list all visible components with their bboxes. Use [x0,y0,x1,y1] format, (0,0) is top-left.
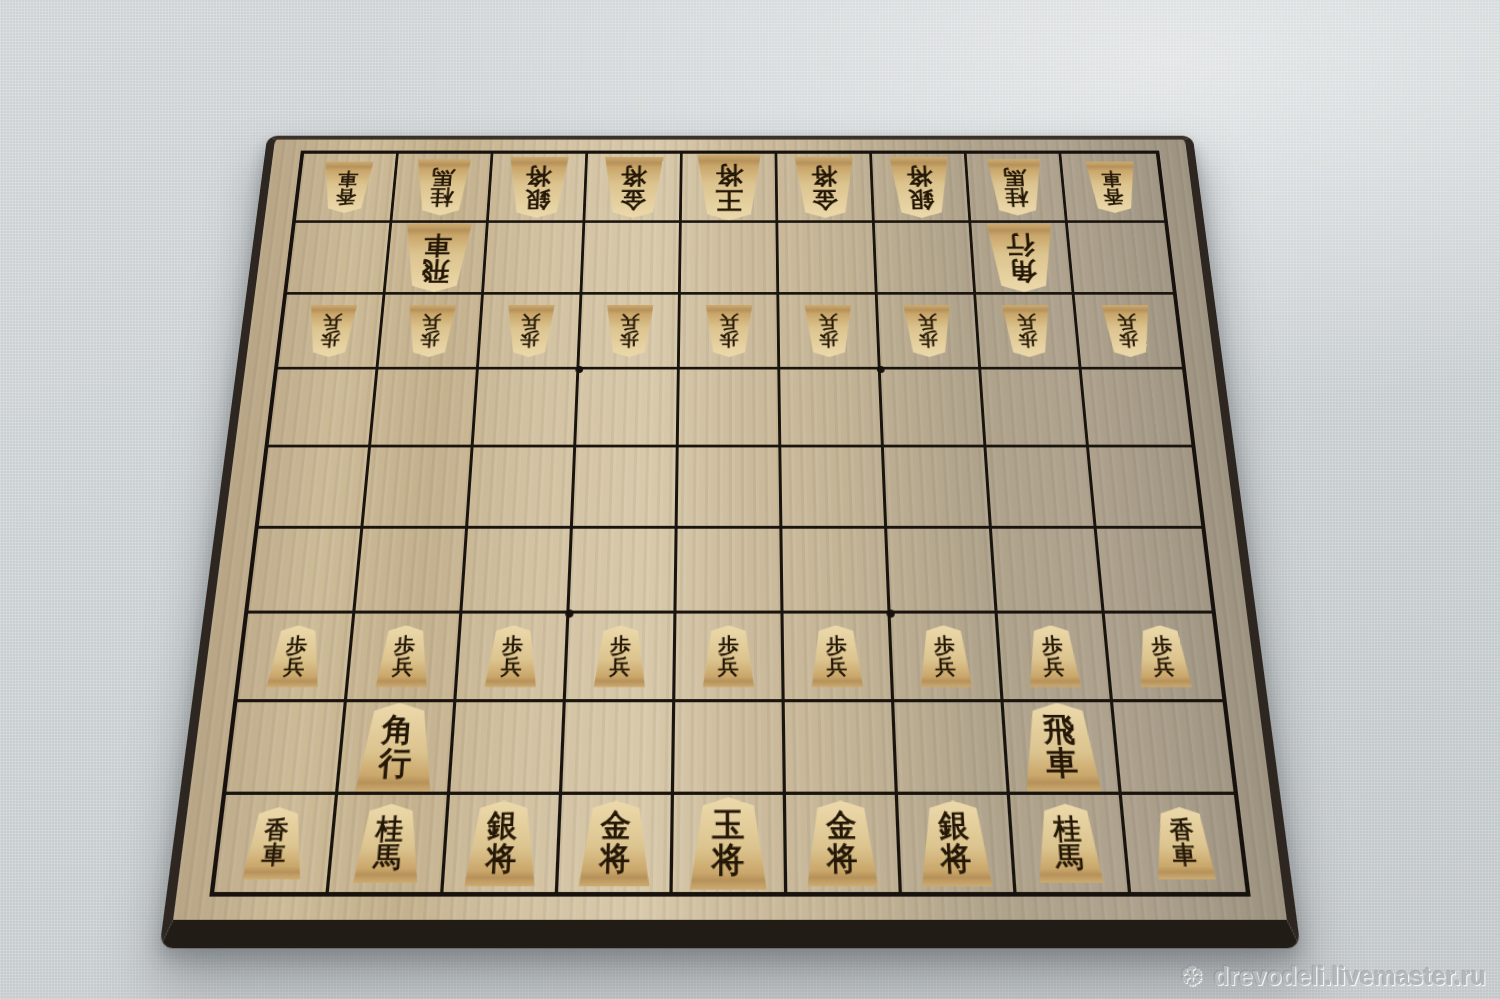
kanji-glyph: 将 [715,162,743,186]
piece-sente-king-jeweled[interactable]: 玉将 [688,797,770,890]
kanji-glyph: 歩 [1118,330,1139,348]
cell-r4c3[interactable] [474,369,580,447]
piece-gote-pawn[interactable]: 歩兵 [603,304,654,356]
cell-r9c8[interactable]: 桂馬 [1010,795,1131,892]
cell-r9c5[interactable]: 玉将 [673,795,788,892]
piece-gote-pawn[interactable]: 歩兵 [1100,304,1155,356]
cell-r4c5[interactable] [679,369,782,447]
cell-r6c3[interactable] [462,529,573,614]
cell-r4c7[interactable] [881,369,987,447]
piece-gote-pawn[interactable]: 歩兵 [901,304,954,356]
piece-sente-knight[interactable]: 桂馬 [351,804,425,883]
piece-sente-pawn[interactable]: 歩兵 [1133,625,1194,687]
cell-r6c5[interactable] [676,529,783,614]
piece-sente-pawn[interactable]: 歩兵 [916,625,973,687]
kanji-glyph: 歩 [1041,635,1063,656]
kanji-glyph: 将 [525,164,552,187]
kanji-glyph: 兵 [520,313,540,331]
cell-r2c2[interactable]: 飛車 [385,223,488,295]
watermark-text: drevodeli.livemaster.ru [1214,962,1486,991]
piece-gote-bishop[interactable]: 角行 [984,223,1059,291]
kanji-glyph: 兵 [392,656,415,677]
cell-r2c6[interactable] [778,223,877,295]
kanji-glyph: 歩 [719,330,738,348]
cell-r9c1[interactable]: 香車 [214,795,338,892]
cell-r2c1[interactable] [287,223,392,295]
kanji-glyph: 歩 [1017,330,1038,348]
cell-r6c7[interactable] [887,529,998,614]
kanji-glyph: 兵 [321,313,342,331]
kanji-glyph: 香 [1102,187,1124,205]
cell-r5c2[interactable] [363,447,473,528]
cell-r5c3[interactable] [468,447,576,528]
piece-gote-pawn[interactable]: 歩兵 [704,304,754,356]
kanji-glyph: 将 [906,164,933,187]
piece-gote-pawn[interactable]: 歩兵 [503,304,556,356]
cell-r7c2[interactable]: 歩兵 [347,614,462,703]
kanji-glyph: 歩 [1150,635,1173,656]
cell-r9c3[interactable]: 銀将 [443,795,562,892]
kanji-glyph: 車 [1171,843,1198,868]
kanji-glyph: 角 [1007,257,1037,283]
kanji-glyph: 歩 [619,330,639,348]
kanji-glyph: 兵 [1116,313,1137,331]
cell-r6c1[interactable] [248,529,363,614]
cell-r1c7[interactable]: 銀将 [872,154,971,223]
cell-r2c7[interactable] [875,223,976,295]
kanji-glyph: 兵 [934,656,956,677]
board-grid: 香車桂馬銀将金将王将金将銀将桂馬香車飛車角行歩兵歩兵歩兵歩兵歩兵歩兵歩兵歩兵歩兵… [209,151,1250,897]
cell-r3c8[interactable]: 歩兵 [976,295,1082,370]
piece-sente-pawn[interactable]: 歩兵 [483,625,540,687]
kanji-glyph: 桂 [1004,187,1029,208]
cell-r3c6[interactable]: 歩兵 [779,295,880,370]
piece-sente-knight[interactable]: 桂馬 [1032,804,1106,883]
kanji-glyph: 銀 [523,187,550,210]
kanji-glyph: 車 [1044,746,1079,779]
cell-r8c6[interactable] [785,702,898,795]
kanji-glyph: 桂 [1052,814,1081,843]
cell-r4c4[interactable] [576,369,680,447]
cell-r2c3[interactable] [484,223,585,295]
kanji-glyph: 金 [811,187,837,210]
kanji-glyph: 将 [712,843,745,878]
kanji-glyph: 将 [811,164,837,187]
piece-gote-gold-general[interactable]: 金将 [601,156,665,217]
cell-r4c6[interactable] [780,369,884,447]
kanji-glyph: 歩 [818,330,838,348]
kanji-glyph: 兵 [500,656,522,677]
star-point [886,610,895,618]
kanji-glyph: 金 [826,811,857,843]
cell-r8c4[interactable] [562,702,675,795]
cell-r8c5[interactable] [674,702,786,795]
cell-r8c9[interactable] [1113,702,1234,795]
cell-r6c6[interactable] [782,529,890,614]
cell-r5c8[interactable] [986,447,1096,528]
kanji-glyph: 兵 [283,656,306,677]
piece-sente-pawn[interactable]: 歩兵 [592,625,648,687]
kanji-glyph: 兵 [818,313,838,331]
piece-sente-silver-general[interactable]: 銀将 [916,800,995,886]
cell-r4c1[interactable] [268,369,378,447]
piece-sente-silver-general[interactable]: 銀将 [462,800,541,886]
watermark: ❆ drevodeli.livemaster.ru [1180,960,1486,993]
kanji-glyph: 兵 [609,656,630,677]
cell-r4c8[interactable] [981,369,1089,447]
kanji-glyph: 桂 [375,814,404,843]
cell-r2c9[interactable] [1068,223,1173,295]
kanji-glyph: 兵 [1153,656,1176,677]
cell-r3c5[interactable]: 歩兵 [680,295,780,370]
kanji-glyph: 兵 [620,313,640,331]
kanji-glyph: 兵 [1016,313,1036,331]
kanji-glyph: 車 [336,169,358,187]
cell-r7c9[interactable]: 歩兵 [1105,614,1223,703]
kanji-glyph: 歩 [826,635,847,656]
piece-sente-pawn[interactable]: 歩兵 [701,625,756,687]
kanji-glyph: 角 [380,714,414,747]
cell-r7c6[interactable]: 歩兵 [784,614,895,703]
cell-r3c7[interactable]: 歩兵 [878,295,982,370]
kanji-glyph: 車 [422,232,452,257]
cell-r7c7[interactable]: 歩兵 [891,614,1004,703]
kanji-glyph: 将 [940,843,972,875]
cell-r2c4[interactable] [582,223,681,295]
kanji-glyph: 歩 [319,330,340,348]
piece-gote-pawn[interactable]: 歩兵 [803,304,854,356]
kanji-glyph: 歩 [419,330,440,348]
kanji-glyph: 歩 [610,635,631,656]
kanji-glyph: 王 [715,187,743,212]
kanji-glyph: 飛 [420,257,450,283]
cell-r2c5[interactable] [681,223,779,295]
piece-sente-lance[interactable]: 香車 [1149,807,1218,879]
snowflake-icon: ❆ [1180,960,1203,993]
kanji-glyph: 歩 [393,635,415,656]
kanji-glyph: 金 [619,187,645,210]
cell-r8c8[interactable]: 飛車 [1004,702,1122,795]
kanji-glyph: 玉 [712,809,745,843]
kanji-glyph: 銀 [487,811,519,843]
cell-r8c2[interactable]: 角行 [338,702,456,795]
shogi-board: 香車桂馬銀将金将王将金将銀将桂馬香車飛車角行歩兵歩兵歩兵歩兵歩兵歩兵歩兵歩兵歩兵… [159,136,1300,949]
piece-sente-pawn[interactable]: 歩兵 [1024,625,1083,687]
kanji-glyph: 銀 [938,811,970,843]
piece-gote-pawn[interactable]: 歩兵 [303,304,358,356]
kanji-glyph: 香 [334,187,356,205]
kanji-glyph: 車 [1100,169,1122,187]
cell-r3c3[interactable]: 歩兵 [479,295,583,370]
kanji-glyph: 馬 [372,843,402,872]
kanji-glyph: 兵 [421,313,442,331]
kanji-glyph: 金 [600,811,631,843]
piece-sente-gold-general[interactable]: 金将 [804,800,880,886]
cell-r9c4[interactable]: 金将 [558,795,674,892]
kanji-glyph: 歩 [502,635,524,656]
cell-r8c1[interactable] [226,702,347,795]
photo-scene: 香車桂馬銀将金将王将金将銀将桂馬香車飛車角行歩兵歩兵歩兵歩兵歩兵歩兵歩兵歩兵歩兵… [0,0,1500,999]
cell-r1c2[interactable]: 桂馬 [392,154,493,223]
kanji-glyph: 車 [260,843,287,868]
kanji-glyph: 馬 [431,166,456,186]
cell-r1c3[interactable]: 銀将 [489,154,588,223]
piece-gote-lance[interactable]: 香車 [1084,161,1141,212]
cell-r9c7[interactable]: 銀将 [898,795,1017,892]
kanji-glyph: 歩 [933,635,955,656]
cell-r1c8[interactable]: 桂馬 [967,154,1068,223]
kanji-glyph: 将 [485,843,517,875]
cell-r3c2[interactable]: 歩兵 [378,295,484,370]
cell-r5c6[interactable] [781,447,887,528]
piece-sente-lance[interactable]: 香車 [241,807,310,879]
kanji-glyph: 兵 [917,313,937,331]
piece-gote-gold-general[interactable]: 金将 [792,156,856,217]
piece-gote-pawn[interactable]: 歩兵 [403,304,457,356]
piece-sente-pawn[interactable]: 歩兵 [265,625,326,687]
cell-r1c4[interactable]: 金将 [585,154,682,223]
cell-r6c9[interactable] [1097,529,1212,614]
kanji-glyph: 将 [620,164,646,187]
cell-r7c8[interactable]: 歩兵 [998,614,1113,703]
cell-r1c9[interactable]: 香車 [1061,154,1164,223]
kanji-glyph: 兵 [719,313,738,331]
kanji-glyph: 桂 [429,187,454,208]
cell-r3c9[interactable]: 歩兵 [1075,295,1183,370]
cell-r7c5[interactable]: 歩兵 [675,614,784,703]
cell-r2c8[interactable]: 角行 [971,223,1074,295]
cell-r7c1[interactable]: 歩兵 [237,614,355,703]
kanji-glyph: 兵 [1043,656,1066,677]
board-perspective-wrapper: 香車桂馬銀将金将王将金将銀将桂馬香車飛車角行歩兵歩兵歩兵歩兵歩兵歩兵歩兵歩兵歩兵… [159,136,1300,949]
kanji-glyph: 歩 [718,635,739,656]
cell-r4c2[interactable] [371,369,479,447]
piece-sente-pawn[interactable]: 歩兵 [809,625,865,687]
kanji-glyph: 歩 [285,635,308,656]
piece-gote-lance[interactable]: 香車 [318,161,375,212]
star-point [877,366,885,373]
piece-gote-silver-general[interactable]: 銀将 [504,156,570,217]
kanji-glyph: 香 [1169,818,1196,843]
cell-r1c5[interactable]: 王将 [682,154,779,223]
kanji-glyph: 将 [599,843,631,875]
piece-gote-knight[interactable]: 桂馬 [985,159,1046,215]
cell-r9c2[interactable]: 桂馬 [329,795,450,892]
piece-gote-rook[interactable]: 飛車 [398,223,473,291]
cell-r6c4[interactable] [569,529,677,614]
cell-r6c8[interactable] [992,529,1105,614]
cell-r5c9[interactable] [1089,447,1201,528]
kanji-glyph: 飛 [1042,714,1076,747]
kanji-glyph: 馬 [1002,166,1027,186]
cell-r9c9[interactable]: 香車 [1122,795,1246,892]
kanji-glyph: 香 [263,818,290,843]
cell-r4c9[interactable] [1082,369,1192,447]
piece-sente-pawn[interactable]: 歩兵 [374,625,433,687]
kanji-glyph: 歩 [918,330,938,348]
cell-r3c1[interactable]: 歩兵 [278,295,386,370]
cell-r7c4[interactable]: 歩兵 [566,614,677,703]
cell-r7c3[interactable]: 歩兵 [456,614,569,703]
cell-r8c7[interactable] [894,702,1010,795]
kanji-glyph: 馬 [1055,843,1085,872]
cell-r5c5[interactable] [678,447,783,528]
kanji-glyph: 銀 [907,187,934,210]
kanji-glyph: 歩 [519,330,539,348]
piece-gote-pawn[interactable]: 歩兵 [1000,304,1054,356]
cell-r6c2[interactable] [355,529,468,614]
kanji-glyph: 行 [1005,232,1035,257]
cell-r5c4[interactable] [573,447,679,528]
kanji-glyph: 将 [826,843,857,875]
piece-gote-knight[interactable]: 桂馬 [411,159,473,215]
piece-sente-rook[interactable]: 飛車 [1018,703,1104,791]
cell-r3c4[interactable]: 歩兵 [579,295,680,370]
cell-r1c1[interactable]: 香車 [296,154,399,223]
piece-sente-gold-general[interactable]: 金将 [576,800,652,886]
piece-sente-bishop[interactable]: 角行 [353,703,439,791]
cell-r1c6[interactable]: 金将 [777,154,874,223]
kanji-glyph: 行 [378,746,413,779]
cell-r8c3[interactable] [450,702,566,795]
cell-r5c1[interactable] [258,447,370,528]
kanji-glyph: 兵 [718,656,739,677]
cell-r9c6[interactable]: 金将 [786,795,902,892]
piece-gote-silver-general[interactable]: 銀将 [887,156,953,217]
cell-r5c7[interactable] [884,447,992,528]
kanji-glyph: 兵 [826,656,847,677]
piece-gote-king[interactable]: 王将 [694,154,763,220]
